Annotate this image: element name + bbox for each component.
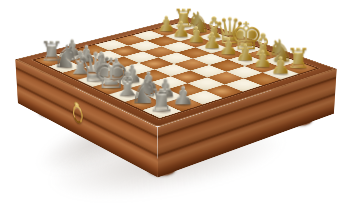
chess-set-photo: ♜♞♝♛♚♝♞♜♟♟♟♟♟♟♟♟♟♟♟♟♟♟♟♟♜♞♝♛♚♝♞♜	[0, 0, 350, 212]
chess-case: ♜♞♝♛♚♝♞♜♟♟♟♟♟♟♟♟♟♟♟♟♟♟♟♟♜♞♝♛♚♝♞♜	[15, 17, 336, 128]
scene: ♜♞♝♛♚♝♞♜♟♟♟♟♟♟♟♟♟♟♟♟♟♟♟♟♜♞♝♛♚♝♞♜	[0, 0, 350, 212]
brass-ring-icon	[73, 102, 84, 126]
drawer-ring-pull	[73, 100, 82, 126]
